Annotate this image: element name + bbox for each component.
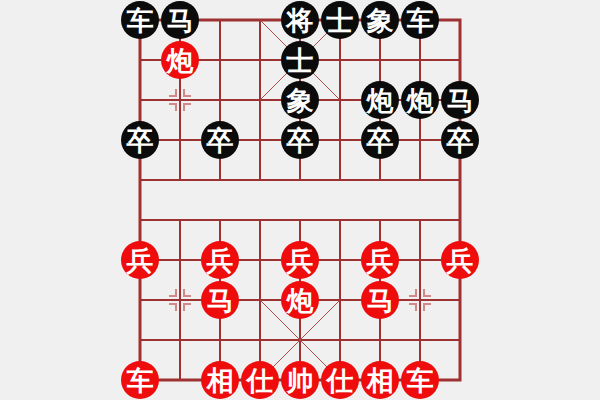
piece-black-soldier[interactable]: 卒: [281, 121, 319, 159]
piece-black-elephant[interactable]: 象: [361, 1, 399, 39]
piece-red-soldier[interactable]: 兵: [281, 241, 319, 279]
piece-red-advisor[interactable]: 仕: [241, 361, 279, 399]
piece-black-general[interactable]: 将: [281, 1, 319, 39]
piece-red-cannon[interactable]: 炮: [281, 281, 319, 319]
piece-black-cannon[interactable]: 炮: [361, 81, 399, 119]
piece-black-advisor[interactable]: 士: [281, 41, 319, 79]
piece-red-horse[interactable]: 马: [361, 281, 399, 319]
piece-red-cannon[interactable]: 炮: [161, 41, 199, 79]
piece-red-elephant[interactable]: 相: [361, 361, 399, 399]
piece-red-horse[interactable]: 马: [201, 281, 239, 319]
piece-black-chariot[interactable]: 车: [401, 1, 439, 39]
piece-black-advisor[interactable]: 士: [321, 1, 359, 39]
piece-red-chariot[interactable]: 车: [121, 361, 159, 399]
piece-black-elephant[interactable]: 象: [281, 81, 319, 119]
piece-red-chariot[interactable]: 车: [401, 361, 439, 399]
piece-black-soldier[interactable]: 卒: [121, 121, 159, 159]
piece-black-horse[interactable]: 马: [161, 1, 199, 39]
piece-red-soldier[interactable]: 兵: [361, 241, 399, 279]
piece-red-soldier[interactable]: 兵: [441, 241, 479, 279]
piece-black-horse[interactable]: 马: [441, 81, 479, 119]
piece-black-cannon[interactable]: 炮: [401, 81, 439, 119]
piece-black-soldier[interactable]: 卒: [441, 121, 479, 159]
piece-red-advisor[interactable]: 仕: [321, 361, 359, 399]
piece-black-chariot[interactable]: 车: [121, 1, 159, 39]
piece-black-soldier[interactable]: 卒: [201, 121, 239, 159]
piece-red-general[interactable]: 帅: [281, 361, 319, 399]
piece-red-soldier[interactable]: 兵: [121, 241, 159, 279]
piece-red-soldier[interactable]: 兵: [201, 241, 239, 279]
xiangqi-board: 车马将士象车炮士象炮炮马卒卒卒卒卒兵兵兵兵兵马炮马车相仕帅仕相车: [0, 0, 600, 400]
piece-black-soldier[interactable]: 卒: [361, 121, 399, 159]
piece-red-elephant[interactable]: 相: [201, 361, 239, 399]
